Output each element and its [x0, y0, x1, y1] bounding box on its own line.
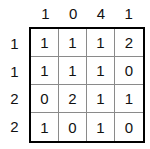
grid-cell-r2c1[interactable]: 2 — [59, 85, 87, 113]
grid-cell-r0c0[interactable]: 1 — [31, 29, 59, 57]
grid-cell-r0c2[interactable]: 1 — [87, 29, 115, 57]
row-clue-1: 1 — [0, 57, 29, 85]
grid-cell-r3c2[interactable]: 1 — [87, 113, 115, 141]
grid-cell-r1c0[interactable]: 1 — [31, 57, 59, 85]
row-clues: 1 1 2 2 — [0, 30, 29, 141]
grid-cell-r3c0[interactable]: 1 — [31, 113, 59, 141]
grid-cell-r1c1[interactable]: 1 — [59, 57, 87, 85]
column-clue-1: 0 — [59, 1, 87, 25]
column-clues: 1 0 4 1 — [32, 1, 143, 25]
column-clue-3: 1 — [115, 1, 143, 25]
puzzle-board: 1 0 4 1 1 1 2 2 1 1 1 2 1 1 1 0 0 2 1 1 … — [0, 0, 150, 149]
grid-cell-r3c1[interactable]: 0 — [59, 113, 87, 141]
row-clue-3: 2 — [0, 113, 29, 141]
grid-cell-r0c1[interactable]: 1 — [59, 29, 87, 57]
grid-cell-r2c3[interactable]: 1 — [115, 85, 143, 113]
row-clue-0: 1 — [0, 30, 29, 58]
grid-cell-r2c0[interactable]: 0 — [31, 85, 59, 113]
column-clue-2: 4 — [87, 1, 115, 25]
grid-cell-r0c3[interactable]: 2 — [115, 29, 143, 57]
grid-cell-r1c3[interactable]: 0 — [115, 57, 143, 85]
column-clue-0: 1 — [32, 1, 60, 25]
grid-cell-r3c3[interactable]: 0 — [115, 113, 143, 141]
puzzle-grid: 1 1 1 2 1 1 1 0 0 2 1 1 1 0 1 0 — [29, 27, 145, 143]
grid-cell-r2c2[interactable]: 1 — [87, 85, 115, 113]
grid-cell-r1c2[interactable]: 1 — [87, 57, 115, 85]
row-clue-2: 2 — [0, 85, 29, 113]
